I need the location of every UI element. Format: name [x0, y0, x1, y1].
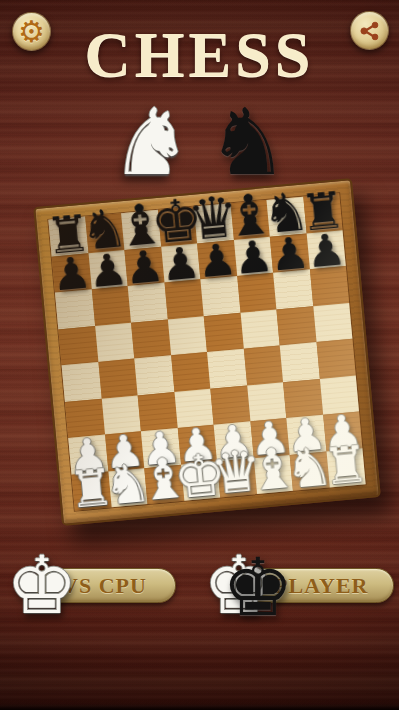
square-d7: ♟ [161, 243, 201, 283]
square-a2: ♟ [68, 435, 108, 475]
square-b7: ♟ [88, 250, 128, 290]
share-icon [359, 20, 381, 42]
page-title: CHESS [0, 18, 399, 92]
square-b3 [101, 395, 141, 435]
square-f5 [240, 309, 280, 349]
piece-white-r: ♜ [322, 444, 370, 488]
square-d2: ♟ [177, 425, 217, 465]
square-f4 [243, 345, 283, 385]
square-d1: ♚ [181, 461, 221, 501]
piece-black-p: ♟ [232, 238, 274, 277]
square-d6 [164, 279, 204, 319]
piece-white-p: ♟ [285, 416, 327, 455]
piece-white-p: ♟ [176, 426, 218, 465]
square-e2: ♟ [214, 421, 254, 461]
black-knight-icon: ♞ [207, 105, 289, 180]
square-b4 [98, 359, 138, 399]
hero-knights: ♞ ♞ [0, 100, 399, 180]
square-h2: ♟ [323, 411, 363, 451]
piece-black-p: ♟ [305, 231, 347, 270]
square-a4 [62, 362, 102, 402]
square-c3 [138, 392, 178, 432]
square-h4 [316, 339, 356, 379]
square-a7: ♟ [52, 253, 92, 293]
square-c8: ♝ [121, 210, 161, 250]
square-g7: ♟ [270, 233, 310, 273]
square-c2: ♟ [141, 428, 181, 468]
square-b2: ♟ [105, 431, 145, 471]
square-a6 [55, 289, 95, 329]
square-h7: ♟ [306, 230, 346, 270]
piece-white-p: ♟ [67, 436, 109, 475]
square-c1: ♝ [144, 464, 184, 504]
square-e8: ♛ [194, 203, 234, 243]
square-f6 [237, 273, 277, 313]
square-e1: ♛ [217, 458, 257, 498]
square-g2: ♟ [286, 415, 326, 455]
chessboard: ♜♞♝♚♛♝♞♜♟♟♟♟♟♟♟♟♟♟♟♟♟♟♟♟♜♞♝♚♛♝♞♜ [47, 192, 366, 511]
square-c4 [134, 355, 174, 395]
square-h5 [313, 302, 353, 342]
vs-cpu-button[interactable]: VS CPU [33, 568, 176, 603]
square-e3 [210, 385, 250, 425]
white-knight-icon: ♞ [110, 105, 192, 180]
square-g8: ♞ [266, 197, 306, 237]
piece-white-p: ♟ [140, 429, 182, 468]
square-a8: ♜ [48, 217, 88, 257]
vs-cpu-label: VS CPU [62, 573, 147, 599]
two-player-button[interactable]: 2 PLAYER [230, 568, 394, 603]
square-f8: ♝ [230, 200, 270, 240]
square-c5 [131, 319, 171, 359]
chessboard-frame: ♜♞♝♚♛♝♞♜♟♟♟♟♟♟♟♟♟♟♟♟♟♟♟♟♜♞♝♚♛♝♞♜ [33, 178, 381, 526]
square-a5 [58, 326, 98, 366]
square-c7: ♟ [124, 246, 164, 286]
square-a1: ♜ [72, 471, 112, 511]
square-d3 [174, 388, 214, 428]
square-f7: ♟ [233, 236, 273, 276]
square-f1: ♝ [253, 454, 293, 494]
piece-black-r: ♜ [298, 190, 346, 234]
square-g6 [273, 269, 313, 309]
piece-white-p: ♟ [103, 432, 145, 471]
square-e4 [207, 349, 247, 389]
square-d8: ♚ [157, 207, 197, 247]
piece-white-p: ♟ [212, 423, 254, 462]
square-b1: ♞ [108, 468, 148, 508]
square-g4 [280, 342, 320, 382]
piece-white-p: ♟ [321, 413, 363, 452]
square-g3 [283, 378, 323, 418]
piece-black-p: ♟ [268, 234, 310, 273]
square-b5 [95, 322, 135, 362]
square-h8: ♜ [303, 193, 343, 233]
piece-white-p: ♟ [249, 419, 291, 458]
square-e7: ♟ [197, 240, 237, 280]
piece-black-p: ♟ [196, 241, 238, 280]
square-f3 [247, 382, 287, 422]
square-c6 [128, 283, 168, 323]
square-b8: ♞ [85, 213, 125, 253]
square-h1: ♜ [326, 448, 366, 488]
share-button[interactable] [350, 11, 389, 50]
piece-black-p: ♟ [159, 244, 201, 283]
square-g5 [276, 306, 316, 346]
main-menu: VS CPU ♚ 2 PLAYER ♚ ♚ [0, 552, 399, 616]
square-d4 [171, 352, 211, 392]
piece-black-p: ♟ [87, 251, 129, 290]
piece-black-p: ♟ [50, 254, 92, 293]
square-h6 [309, 266, 349, 306]
square-e5 [204, 312, 244, 352]
two-player-label: 2 PLAYER [256, 573, 369, 599]
square-b6 [91, 286, 131, 326]
piece-black-p: ♟ [123, 247, 165, 286]
square-g1: ♞ [290, 451, 330, 491]
square-d5 [167, 316, 207, 356]
square-f2: ♟ [250, 418, 290, 458]
square-e6 [200, 276, 240, 316]
square-h3 [319, 375, 359, 415]
square-a3 [65, 398, 105, 438]
